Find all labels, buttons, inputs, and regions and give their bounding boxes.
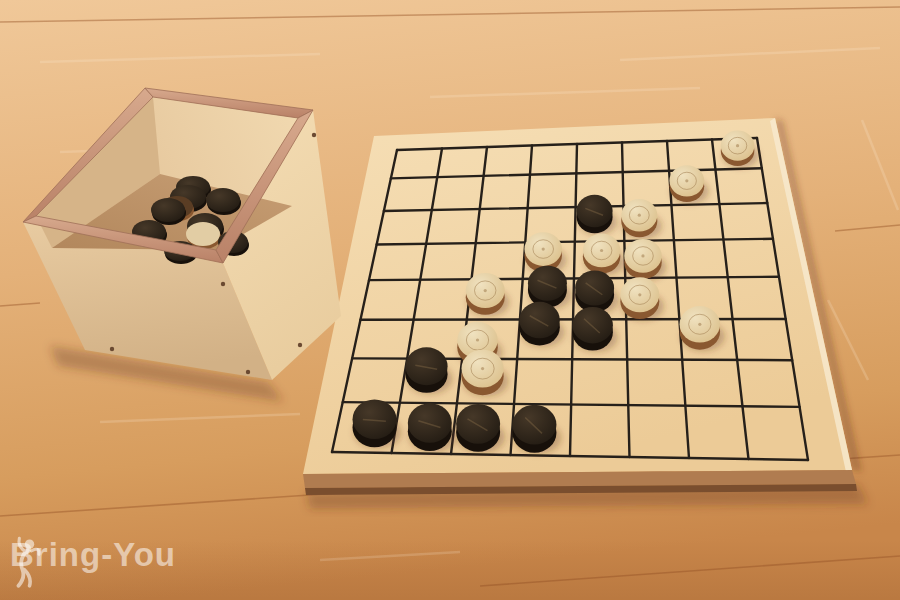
wood-knot [476, 338, 479, 341]
disc-top [408, 403, 452, 443]
wood-knot [542, 247, 545, 250]
disc-top [528, 266, 567, 301]
disc-top [519, 302, 560, 338]
cell-r1c5[interactable] [576, 143, 622, 174]
disc-top [575, 271, 614, 306]
disc-top [456, 404, 500, 444]
cell-r4c1[interactable] [369, 244, 426, 280]
cell-r3c7[interactable] [671, 204, 723, 240]
wood-knot [600, 249, 603, 252]
wood-knot [638, 293, 641, 296]
cell-r6c8[interactable] [733, 319, 793, 360]
cell-r5c8[interactable] [728, 277, 786, 319]
wood-knot [736, 144, 739, 147]
cell-r8c5[interactable] [570, 405, 630, 457]
cell-r7c8[interactable] [737, 360, 799, 407]
cell-r2c3[interactable] [480, 175, 530, 209]
cell-r1c4[interactable] [530, 144, 577, 175]
cell-r3c3[interactable] [476, 208, 528, 243]
screw [298, 343, 302, 347]
disc-top [572, 307, 613, 343]
cell-r2c1[interactable] [384, 177, 437, 211]
cell-r1c2[interactable] [437, 147, 487, 177]
cell-r3c2[interactable] [426, 209, 480, 244]
cell-r8c6[interactable] [628, 405, 689, 458]
cell-r2c4[interactable] [528, 173, 577, 208]
cell-r8c7[interactable] [685, 406, 748, 459]
cell-r4c8[interactable] [723, 239, 779, 277]
wood-knot [638, 214, 641, 217]
cell-r7c7[interactable] [682, 360, 742, 407]
cell-r7c6[interactable] [627, 360, 685, 406]
cell-r1c3[interactable] [484, 146, 532, 176]
cell-r7c1[interactable] [343, 358, 407, 402]
disc-top [353, 399, 397, 439]
cell-r2c2[interactable] [432, 176, 484, 210]
cell-r5c2[interactable] [414, 279, 472, 319]
disc-top [512, 405, 556, 445]
cell-r1c6[interactable] [622, 141, 669, 172]
grid-hline [360, 319, 785, 320]
disc-top [577, 195, 613, 227]
wood-knot [481, 367, 484, 370]
cell-r4c3[interactable] [471, 242, 525, 279]
screw [312, 133, 316, 137]
cell-r4c2[interactable] [420, 243, 475, 280]
cell-r1c1[interactable] [391, 149, 442, 179]
screw [110, 347, 114, 351]
cell-r6c6[interactable] [626, 319, 682, 360]
photo-scene: Bring-You [0, 0, 900, 600]
disc-top [206, 188, 240, 212]
cell-r6c1[interactable] [352, 320, 413, 359]
wood-knot [641, 254, 644, 257]
bottom-vignette [0, 540, 900, 600]
screw [221, 282, 225, 286]
wood-knot [484, 289, 487, 292]
cell-r3c8[interactable] [719, 203, 773, 239]
screw [246, 370, 250, 374]
scene-render [0, 0, 900, 600]
cell-r2c8[interactable] [715, 168, 767, 204]
wood-knot [698, 323, 701, 326]
cell-r4c7[interactable] [674, 240, 728, 278]
disc-top [151, 198, 185, 222]
cell-r3c1[interactable] [377, 210, 432, 245]
cell-r7c5[interactable] [571, 359, 628, 405]
cell-r7c4[interactable] [514, 359, 572, 404]
cell-r5c1[interactable] [360, 280, 420, 320]
disc-top [405, 347, 447, 385]
disc-top [186, 222, 220, 246]
cell-r8c8[interactable] [742, 406, 808, 460]
wood-knot [685, 179, 688, 182]
